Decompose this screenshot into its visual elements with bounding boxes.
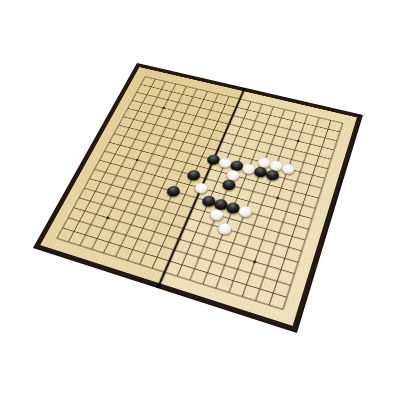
- go-board: [33, 63, 363, 333]
- product-photo-scene: [0, 0, 400, 400]
- go-board-graphic: [33, 63, 363, 333]
